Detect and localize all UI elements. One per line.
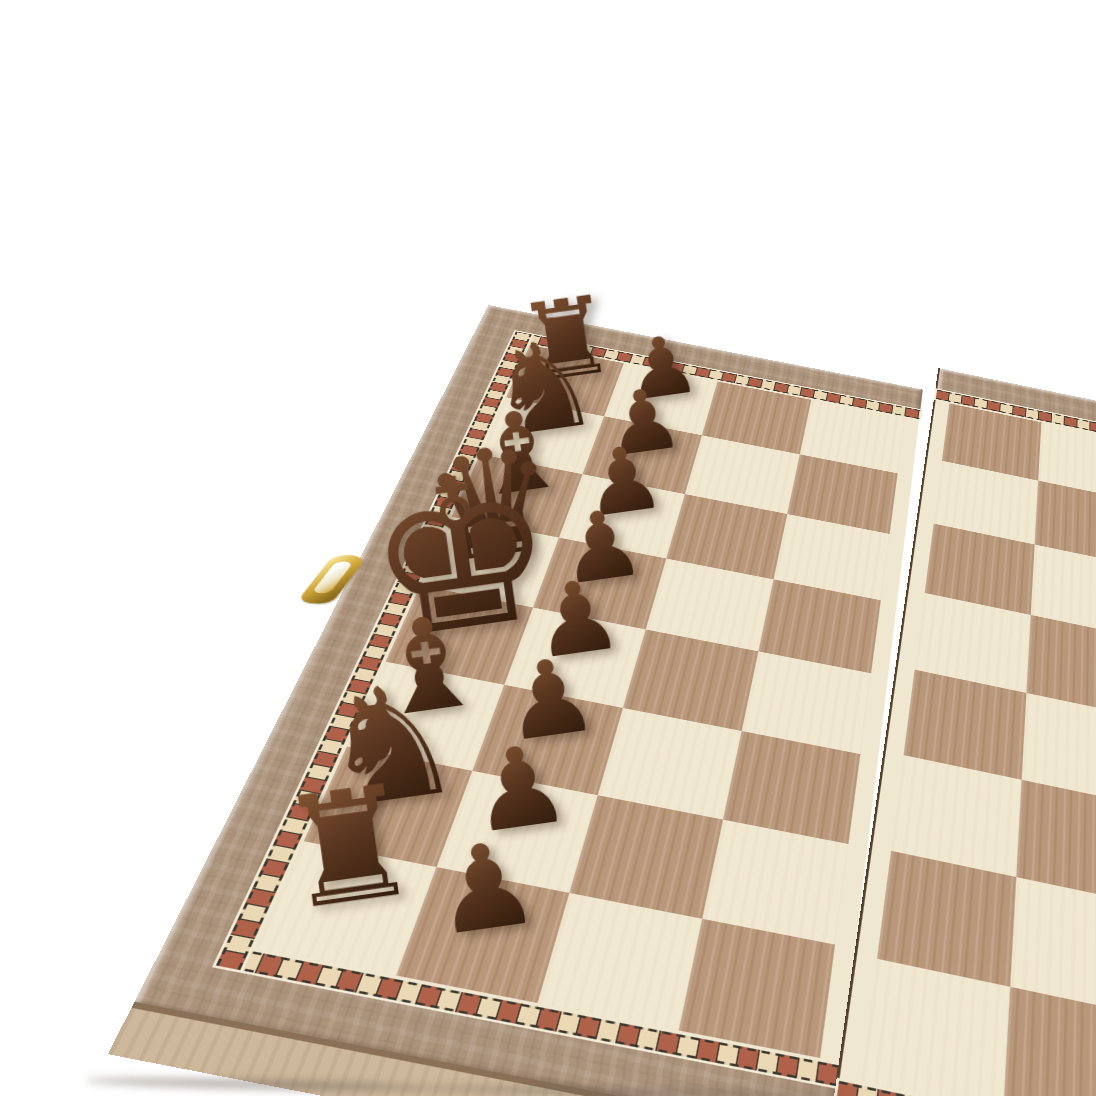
brass-clasp (304, 551, 361, 608)
photo-stage: ♜♟♞♟♝♟♛♟♚♟♝♟♞♟♜♟ (0, 0, 1096, 1096)
piece-dark-pawn-a7[interactable]: ♟ (426, 823, 546, 953)
piece-dark-rook-a8[interactable]: ♜ (270, 763, 427, 934)
square-a3[interactable] (1003, 987, 1096, 1096)
